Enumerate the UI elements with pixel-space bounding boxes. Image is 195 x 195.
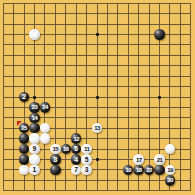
- stone-black: [154, 165, 164, 175]
- move-number-label: 20: [167, 175, 172, 185]
- stone-white-move-7: 7: [71, 165, 81, 175]
- move-number-label: 13: [94, 123, 99, 133]
- move-number-label: 10: [126, 165, 131, 175]
- grid-line-vertical: [169, 3, 170, 192]
- stone-black-move-20: 20: [165, 175, 175, 185]
- stone-black-move-10: 10: [123, 165, 133, 175]
- move-number-label: 25: [21, 123, 26, 133]
- stone-white: [165, 144, 175, 154]
- grid-line-vertical: [117, 3, 118, 192]
- star-point: [96, 158, 99, 161]
- stone-white: [19, 165, 29, 175]
- stone-white-move-21: 21: [154, 154, 164, 164]
- stone-black-move-4: 4: [71, 154, 81, 164]
- move-number-label: 2: [22, 92, 26, 102]
- stone-black-move-23: 23: [29, 102, 39, 112]
- move-number-label: 18: [136, 165, 141, 175]
- stone-white-move-5: 5: [81, 154, 91, 164]
- stone-white: [29, 133, 39, 143]
- go-diagram: 2232414251312915166118451721173101822192…: [0, 0, 195, 195]
- star-point: [33, 96, 36, 99]
- move-number-label: 16: [63, 144, 68, 154]
- go-board[interactable]: 2232414251312915166118451721173101822192…: [0, 0, 195, 195]
- stone-white-move-17: 17: [133, 154, 143, 164]
- stone-white: [29, 29, 39, 39]
- move-number-label: 4: [74, 155, 78, 165]
- stone-white-move-19: 19: [165, 165, 175, 175]
- grid-line-vertical: [107, 3, 108, 192]
- stone-black-move-24: 24: [40, 102, 50, 112]
- stone-white-move-15: 15: [50, 144, 60, 154]
- stone-black-move-14: 14: [29, 113, 39, 123]
- stone-black: [19, 154, 29, 164]
- stone-white: [40, 123, 50, 133]
- move-number-label: 7: [74, 165, 78, 175]
- stone-white-move-13: 13: [92, 123, 102, 133]
- move-number-label: 1: [33, 165, 37, 175]
- stone-white-move-3: 3: [81, 165, 91, 175]
- grid-line-vertical: [190, 3, 191, 192]
- stone-black-move-6: 6: [71, 144, 81, 154]
- stone-white-move-1: 1: [29, 165, 39, 175]
- stone-white-move-9: 9: [29, 144, 39, 154]
- grid-line-horizontal: [3, 190, 192, 191]
- move-number-label: 17: [136, 155, 141, 165]
- move-number-label: 12: [73, 134, 78, 144]
- stone-black-move-2: 2: [19, 92, 29, 102]
- stone-black-move-16: 16: [61, 144, 71, 154]
- stone-black-move-12: 12: [71, 133, 81, 143]
- stone-black: [19, 133, 29, 143]
- move-number-label: 8: [53, 155, 57, 165]
- move-number-label: 22: [146, 165, 151, 175]
- grid-line-vertical: [149, 3, 150, 192]
- move-number-label: 9: [33, 144, 37, 154]
- stone-black-move-8: 8: [50, 154, 60, 164]
- star-point: [96, 96, 99, 99]
- stone-white: [40, 133, 50, 143]
- move-number-label: 19: [167, 165, 172, 175]
- stone-black: [154, 29, 164, 39]
- grid-line-vertical: [180, 3, 181, 192]
- move-number-label: 15: [53, 144, 58, 154]
- stone-white: [29, 154, 39, 164]
- stone-black: [19, 144, 29, 154]
- star-point: [158, 96, 161, 99]
- move-number-label: 21: [157, 155, 162, 165]
- grid-line-vertical: [128, 3, 129, 192]
- move-number-label: 14: [32, 113, 37, 123]
- last-move-marker: [17, 121, 22, 126]
- move-number-label: 3: [85, 165, 89, 175]
- stone-black-move-22: 22: [144, 165, 154, 175]
- move-number-label: 5: [85, 155, 89, 165]
- move-number-label: 6: [74, 144, 78, 154]
- move-number-label: 24: [42, 102, 47, 112]
- stone-black-move-18: 18: [133, 165, 143, 175]
- stone-black: [50, 165, 60, 175]
- stone-black: [29, 123, 39, 133]
- stone-white-move-11: 11: [81, 144, 91, 154]
- grid-line-horizontal: [3, 180, 192, 181]
- move-number-label: 11: [84, 144, 89, 154]
- move-number-label: 23: [32, 102, 37, 112]
- star-point: [96, 33, 99, 36]
